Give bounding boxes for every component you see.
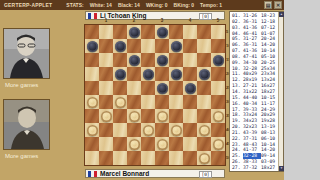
black-move[interactable]: 18x27 [261, 165, 279, 171]
stats-label: STATS: [66, 2, 83, 8]
board-square[interactable] [169, 151, 183, 165]
move-number: 27. [232, 165, 243, 171]
black-piece-sq23[interactable] [157, 83, 168, 94]
board-square [85, 25, 99, 39]
board-square [155, 67, 169, 81]
board-square [99, 39, 113, 53]
white-piece-sq50[interactable] [199, 153, 210, 164]
board-square[interactable] [183, 53, 197, 67]
black-piece-sq17[interactable] [115, 69, 126, 80]
player-photo-top [3, 28, 50, 79]
board-square [85, 109, 99, 123]
board-square [155, 123, 169, 137]
board-square [141, 109, 155, 123]
stat-black-kings: BKing: 0 [174, 2, 195, 8]
board-square[interactable] [99, 53, 113, 67]
board-square [183, 39, 197, 53]
draughts-board [85, 25, 225, 165]
board-square [85, 81, 99, 95]
board-square [99, 67, 113, 81]
board-square [183, 151, 197, 165]
black-piece-sq3[interactable] [157, 27, 168, 38]
black-piece-sq7[interactable] [115, 41, 126, 52]
board-square [141, 53, 155, 67]
board-square[interactable] [183, 137, 197, 151]
stats-bar: STATS: White: 14 Black: 14 WKing: 0 BKin… [66, 2, 222, 8]
column-label: 2 [127, 18, 141, 23]
column-label: 4 [183, 18, 197, 23]
white-piece-sq40[interactable] [199, 125, 210, 136]
board-square[interactable] [211, 81, 225, 95]
app-title: GERTERP-APPLET [4, 2, 52, 8]
board-square[interactable] [169, 95, 183, 109]
more-games-link-top[interactable]: More games [5, 82, 38, 88]
board-square[interactable] [197, 95, 211, 109]
board-square [183, 67, 197, 81]
black-piece-sq2[interactable] [129, 27, 140, 38]
black-piece-sq24[interactable] [185, 83, 196, 94]
board-square[interactable] [113, 123, 127, 137]
draughts-applet-window: GERTERP-APPLET STATS: White: 14 Black: 1… [0, 0, 320, 180]
board-square[interactable] [85, 67, 99, 81]
stat-white-kings: WKing: 0 [146, 2, 168, 8]
column-label: 5 [211, 18, 225, 23]
title-bar: GERTERP-APPLET STATS: White: 14 Black: 1… [0, 0, 284, 10]
board-square [99, 151, 113, 165]
board-square [211, 151, 225, 165]
black-piece-sq12[interactable] [129, 55, 140, 66]
board-square [197, 53, 211, 67]
board-square [183, 123, 197, 137]
black-piece-sq18[interactable] [143, 69, 154, 80]
move-list: 01.31-2618-2302.36-3112-1803.41-3607-120… [229, 11, 284, 172]
board-square [113, 109, 127, 123]
board-square [169, 137, 183, 151]
board-square [197, 137, 211, 151]
board-square [127, 39, 141, 53]
black-piece-sq20[interactable] [199, 69, 210, 80]
scroll-up-icon[interactable]: ▲ [279, 12, 284, 17]
white-move[interactable]: 37-32 [243, 165, 261, 171]
board-square [169, 53, 183, 67]
board-square [99, 123, 113, 137]
stat-black-count: Black: 14 [118, 2, 140, 8]
column-label: 3 [155, 18, 169, 23]
column-label: 1 [99, 18, 113, 23]
board-square [211, 39, 225, 53]
black-piece-sq6[interactable] [87, 41, 98, 52]
white-piece-sq42[interactable] [129, 139, 140, 150]
board-square [155, 151, 169, 165]
move-row[interactable]: 27.37-3218x27 [232, 165, 283, 171]
stat-white-count: White: 14 [90, 2, 112, 8]
board-square [141, 25, 155, 39]
white-piece-sq32[interactable] [129, 111, 140, 122]
board-square [155, 95, 169, 109]
board-square [169, 109, 183, 123]
player-name-bottom: Marcel Bonnard [100, 170, 149, 177]
white-piece-sq31[interactable] [101, 111, 112, 122]
board-square[interactable] [197, 39, 211, 53]
board-square [211, 123, 225, 137]
board-square[interactable] [141, 39, 155, 53]
board-square [113, 137, 127, 151]
board-square [141, 81, 155, 95]
white-piece-sq39[interactable] [171, 125, 182, 136]
board-square [85, 53, 99, 67]
white-piece-sq45[interactable] [213, 139, 224, 150]
white-piece-sq43[interactable] [157, 139, 168, 150]
player-photo-bottom [3, 99, 50, 150]
move-rows: 01.31-2618-2302.36-3112-1803.41-3607-120… [232, 13, 283, 171]
scroll-down-icon[interactable]: ▼ [279, 166, 284, 171]
board-square[interactable] [99, 25, 113, 39]
white-piece-sq27[interactable] [115, 97, 126, 108]
board-square [127, 123, 141, 137]
board-square [127, 67, 141, 81]
white-piece-sq33[interactable] [157, 111, 168, 122]
board-square [211, 67, 225, 81]
france-flag-icon-bottom [88, 171, 97, 177]
board-square [85, 137, 99, 151]
board-square[interactable] [183, 109, 197, 123]
board-square[interactable] [99, 81, 113, 95]
clock-bottom: [0] [199, 171, 212, 178]
black-piece-sq13[interactable] [157, 55, 168, 66]
board-square [99, 95, 113, 109]
board-square [197, 81, 211, 95]
board-square[interactable] [85, 151, 99, 165]
board-square[interactable] [141, 151, 155, 165]
more-games-link-bottom[interactable]: More games [5, 153, 38, 159]
move-list-scrollbar[interactable]: ▲ ▼ [278, 12, 283, 171]
board-square [127, 151, 141, 165]
board-square[interactable] [113, 151, 127, 165]
stat-tempo: Tempo: 1 [200, 2, 222, 8]
black-piece-sq15[interactable] [213, 55, 224, 66]
board-square[interactable] [183, 25, 197, 39]
board-square [113, 53, 127, 67]
board-square[interactable] [211, 25, 225, 39]
board-square [197, 109, 211, 123]
board-square [113, 81, 127, 95]
player-bar-bottom: Marcel Bonnard [0] [85, 169, 225, 178]
board-square [211, 95, 225, 109]
black-piece-sq19[interactable] [171, 69, 182, 80]
white-piece-sq35[interactable] [213, 111, 224, 122]
board-square [127, 95, 141, 109]
white-piece-sq26[interactable] [87, 97, 98, 108]
board-square [197, 25, 211, 39]
board-square[interactable] [99, 137, 113, 151]
board-square [141, 137, 155, 151]
board-square [155, 39, 169, 53]
board-square[interactable] [141, 95, 155, 109]
board-square[interactable] [127, 81, 141, 95]
board-square [183, 95, 197, 109]
white-piece-sq38[interactable] [143, 125, 154, 136]
white-piece-sq36[interactable] [87, 125, 98, 136]
board-square [113, 25, 127, 39]
black-piece-sq9[interactable] [171, 41, 182, 52]
board-square [169, 25, 183, 39]
board-square [169, 81, 183, 95]
close-icon[interactable]: ✕ [274, 1, 282, 9]
page-icon[interactable]: ▤ [264, 1, 272, 9]
